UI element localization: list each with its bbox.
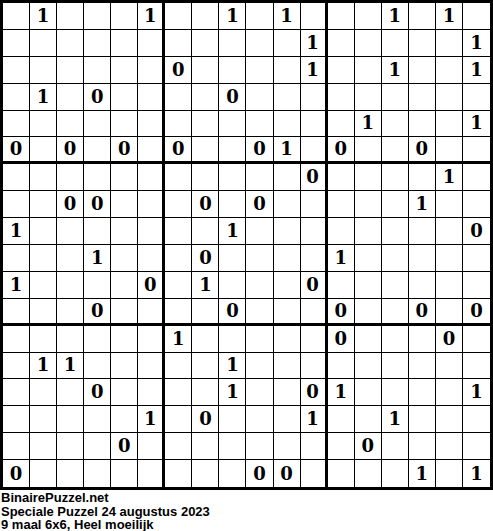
cell-r2c9-empty[interactable] [219,30,246,57]
cell-r16c16-empty[interactable] [409,406,436,433]
cell-r16c12-given-1: 1 [301,406,328,433]
cell-r8c17-empty[interactable] [436,191,463,218]
cell-r8c12-empty[interactable] [301,191,328,218]
cell-r10c9-empty[interactable] [219,245,246,272]
cell-r8c3-given-0: 0 [57,191,84,218]
cell-r6c17-empty[interactable] [436,137,463,164]
cell-r13c18-empty[interactable] [463,326,490,353]
cell-r5c15-empty[interactable] [382,111,409,138]
cell-r4c6-empty[interactable] [138,84,165,111]
cell-r14c17-empty[interactable] [436,353,463,380]
cell-r6c11-given-1: 1 [274,137,301,164]
cell-r8c14-empty[interactable] [355,191,382,218]
cell-r15c17-empty[interactable] [436,379,463,406]
cell-r18c13-empty[interactable] [328,460,355,487]
cell-r11c6-given-0: 0 [138,272,165,299]
cell-r13c8-empty[interactable] [192,326,219,353]
cell-r18c4-empty[interactable] [84,460,111,487]
cell-r13c1-empty[interactable] [3,326,30,353]
cell-r3c8-empty[interactable] [192,57,219,84]
cell-r2c15-empty[interactable] [382,30,409,57]
cell-r2c1-empty[interactable] [3,30,30,57]
cell-r11c13-empty[interactable] [328,272,355,299]
cell-r1c2-given-1: 1 [30,3,57,30]
cell-r16c13-empty[interactable] [328,406,355,433]
cell-r2c8-empty[interactable] [192,30,219,57]
cell-r15c8-empty[interactable] [192,379,219,406]
cell-r14c4-empty[interactable] [84,353,111,380]
cell-r7c10-empty[interactable] [246,164,273,191]
cell-r15c3-empty[interactable] [57,379,84,406]
cell-r11c18-empty[interactable] [463,272,490,299]
cell-r12c5-empty[interactable] [111,299,138,326]
cell-r5c17-empty[interactable] [436,111,463,138]
cell-r16c9-empty[interactable] [219,406,246,433]
cell-r13c9-empty[interactable] [219,326,246,353]
cell-r14c7-empty[interactable] [165,353,192,380]
cell-r8c5-empty[interactable] [111,191,138,218]
cell-r2c16-empty[interactable] [409,30,436,57]
cell-r15c6-empty[interactable] [138,379,165,406]
cell-r8c2-empty[interactable] [30,191,57,218]
cell-r3c2-empty[interactable] [30,57,57,84]
cell-r18c5-empty[interactable] [111,460,138,487]
cell-r18c9-empty[interactable] [219,460,246,487]
cell-r12c16-given-0: 0 [409,299,436,326]
cell-r2c4-empty[interactable] [84,30,111,57]
cell-r1c4-empty[interactable] [84,3,111,30]
cell-r1c14-empty[interactable] [355,3,382,30]
cell-r5c9-empty[interactable] [219,111,246,138]
cell-r4c17-empty[interactable] [436,84,463,111]
cell-r10c10-empty[interactable] [246,245,273,272]
cell-r1c17-given-1: 1 [436,3,463,30]
cell-r1c15-given-1: 1 [382,3,409,30]
cell-r7c2-empty[interactable] [30,164,57,191]
cell-r16c1-empty[interactable] [3,406,30,433]
cell-r11c5-empty[interactable] [111,272,138,299]
cell-r16c4-empty[interactable] [84,406,111,433]
cell-r11c2-empty[interactable] [30,272,57,299]
cell-r4c5-empty[interactable] [111,84,138,111]
cell-r7c18-empty[interactable] [463,164,490,191]
cell-r3c6-empty[interactable] [138,57,165,84]
cell-r6c4-empty[interactable] [84,137,111,164]
cell-r16c8-given-0: 0 [192,406,219,433]
cell-r7c3-empty[interactable] [57,164,84,191]
cell-r16c14-empty[interactable] [355,406,382,433]
cell-r12c13-given-0: 0 [328,299,355,326]
cell-r15c14-empty[interactable] [355,379,382,406]
cell-r13c12-empty[interactable] [301,326,328,353]
cell-r13c2-empty[interactable] [30,326,57,353]
cell-r10c13-given-1: 1 [328,245,355,272]
cell-r2c17-empty[interactable] [436,30,463,57]
cell-r9c10-empty[interactable] [246,218,273,245]
cell-r8c16-given-1: 1 [409,191,436,218]
cell-r11c9-empty[interactable] [219,272,246,299]
cell-r18c7-empty[interactable] [165,460,192,487]
cell-r6c14-empty[interactable] [355,137,382,164]
cell-r7c9-empty[interactable] [219,164,246,191]
cell-r13c7-given-1: 1 [165,326,192,353]
cell-r8c8-given-0: 0 [192,191,219,218]
cell-r7c7-empty[interactable] [165,164,192,191]
cell-r3c5-empty[interactable] [111,57,138,84]
cell-r16c3-empty[interactable] [57,406,84,433]
cell-r4c2-given-1: 1 [30,84,57,111]
cell-r16c11-empty[interactable] [274,406,301,433]
cell-r2c10-empty[interactable] [246,30,273,57]
cell-r9c8-empty[interactable] [192,218,219,245]
cell-r14c5-empty[interactable] [111,353,138,380]
cell-r15c1-empty[interactable] [3,379,30,406]
cell-r8c7-empty[interactable] [165,191,192,218]
cell-r11c17-empty[interactable] [436,272,463,299]
cell-r7c8-empty[interactable] [192,164,219,191]
cell-r8c11-empty[interactable] [274,191,301,218]
cell-r17c7-empty[interactable] [165,433,192,460]
cell-r4c14-empty[interactable] [355,84,382,111]
cell-r16c18-empty[interactable] [463,406,490,433]
cell-r7c14-empty[interactable] [355,164,382,191]
cell-r4c13-empty[interactable] [328,84,355,111]
cell-r7c15-empty[interactable] [382,164,409,191]
cell-r11c15-empty[interactable] [382,272,409,299]
cell-r10c14-empty[interactable] [355,245,382,272]
cell-r11c16-empty[interactable] [409,272,436,299]
cell-r5c10-empty[interactable] [246,111,273,138]
cell-r15c7-empty[interactable] [165,379,192,406]
cell-r2c6-empty[interactable] [138,30,165,57]
cell-r9c4-empty[interactable] [84,218,111,245]
cell-r16c6-given-1: 1 [138,406,165,433]
cell-r5c18-given-1: 1 [463,111,490,138]
cell-r1c8-empty[interactable] [192,3,219,30]
cell-r10c1-empty[interactable] [3,245,30,272]
cell-r7c11-empty[interactable] [274,164,301,191]
cell-r18c2-empty[interactable] [30,460,57,487]
cell-r16c5-empty[interactable] [111,406,138,433]
cell-r12c11-empty[interactable] [274,299,301,326]
cell-r17c17-empty[interactable] [436,433,463,460]
cell-r10c15-empty[interactable] [382,245,409,272]
cell-r10c16-empty[interactable] [409,245,436,272]
cell-r3c9-empty[interactable] [219,57,246,84]
cell-r16c10-empty[interactable] [246,406,273,433]
cell-r3c18-given-1: 1 [463,57,490,84]
cell-r7c16-empty[interactable] [409,164,436,191]
cell-r2c3-empty[interactable] [57,30,84,57]
cell-r4c7-empty[interactable] [165,84,192,111]
cell-r12c18-given-0: 0 [463,299,490,326]
cell-r17c13-empty[interactable] [328,433,355,460]
cell-r11c7-empty[interactable] [165,272,192,299]
cell-r13c15-empty[interactable] [382,326,409,353]
cell-r13c14-empty[interactable] [355,326,382,353]
cell-r4c1-empty[interactable] [3,84,30,111]
cell-r9c14-empty[interactable] [355,218,382,245]
cell-r3c4-empty[interactable] [84,57,111,84]
cell-r9c11-empty[interactable] [274,218,301,245]
cell-r17c1-empty[interactable] [3,433,30,460]
cell-r13c13-given-0: 0 [328,326,355,353]
cell-r3c1-empty[interactable] [3,57,30,84]
cell-r8c13-empty[interactable] [328,191,355,218]
cell-r9c2-empty[interactable] [30,218,57,245]
cell-r9c17-empty[interactable] [436,218,463,245]
cell-r7c6-empty[interactable] [138,164,165,191]
cell-r1c7-empty[interactable] [165,3,192,30]
cell-r9c16-empty[interactable] [409,218,436,245]
cell-r16c7-empty[interactable] [165,406,192,433]
cell-r3c3-empty[interactable] [57,57,84,84]
cell-r14c15-empty[interactable] [382,353,409,380]
cell-r7c1-empty[interactable] [3,164,30,191]
cell-r15c9-given-1: 1 [219,379,246,406]
cell-r13c16-empty[interactable] [409,326,436,353]
cell-r5c11-empty[interactable] [274,111,301,138]
cell-r4c15-empty[interactable] [382,84,409,111]
cell-r12c6-empty[interactable] [138,299,165,326]
cell-r2c7-empty[interactable] [165,30,192,57]
cell-r7c4-empty[interactable] [84,164,111,191]
cell-r15c4-given-0: 0 [84,379,111,406]
cell-r11c4-empty[interactable] [84,272,111,299]
cell-r16c17-empty[interactable] [436,406,463,433]
cell-r14c14-empty[interactable] [355,353,382,380]
cell-r7c5-empty[interactable] [111,164,138,191]
cell-r13c6-empty[interactable] [138,326,165,353]
cell-r10c7-empty[interactable] [165,245,192,272]
cell-r17c11-empty[interactable] [274,433,301,460]
cell-r2c5-empty[interactable] [111,30,138,57]
cell-r18c1-given-0: 0 [3,460,30,487]
cell-r1c3-empty[interactable] [57,3,84,30]
cell-r1c10-empty[interactable] [246,3,273,30]
cell-r9c15-empty[interactable] [382,218,409,245]
cell-r15c15-empty[interactable] [382,379,409,406]
cell-r6c18-empty[interactable] [463,137,490,164]
cell-r10c17-empty[interactable] [436,245,463,272]
cell-r1c13-empty[interactable] [328,3,355,30]
cell-r6c15-empty[interactable] [382,137,409,164]
cell-r18c8-empty[interactable] [192,460,219,487]
cell-r18c6-empty[interactable] [138,460,165,487]
cell-r3c14-empty[interactable] [355,57,382,84]
cell-r14c11-empty[interactable] [274,353,301,380]
cell-r15c13-given-1: 1 [328,379,355,406]
cell-r17c6-empty[interactable] [138,433,165,460]
cell-r10c11-empty[interactable] [274,245,301,272]
cell-r12c15-empty[interactable] [382,299,409,326]
cell-r9c5-empty[interactable] [111,218,138,245]
cell-r18c17-empty[interactable] [436,460,463,487]
cell-r12c3-empty[interactable] [57,299,84,326]
cell-r14c12-empty[interactable] [301,353,328,380]
cell-r8c15-empty[interactable] [382,191,409,218]
cell-r1c6-given-1: 1 [138,3,165,30]
cell-r4c9-given-0: 0 [219,84,246,111]
cell-r6c13-given-0: 0 [328,137,355,164]
cell-r3c16-empty[interactable] [409,57,436,84]
cell-r6c12-empty[interactable] [301,137,328,164]
cell-r18c15-empty[interactable] [382,460,409,487]
cell-r10c12-empty[interactable] [301,245,328,272]
cell-r9c13-empty[interactable] [328,218,355,245]
cell-r10c3-empty[interactable] [57,245,84,272]
cell-r17c8-empty[interactable] [192,433,219,460]
cell-r1c9-given-1: 1 [219,3,246,30]
cell-r13c4-empty[interactable] [84,326,111,353]
cell-r6c3-given-0: 0 [57,137,84,164]
cell-r18c10-given-0: 0 [246,460,273,487]
puzzle-title: Speciale Puzzel 24 augustus 2023 [1,505,492,519]
cell-r14c1-empty[interactable] [3,353,30,380]
cell-r1c12-empty[interactable] [301,3,328,30]
cell-r1c1-empty[interactable] [3,3,30,30]
cell-r4c8-empty[interactable] [192,84,219,111]
cell-r17c10-empty[interactable] [246,433,273,460]
cell-r12c8-empty[interactable] [192,299,219,326]
cell-r8c1-empty[interactable] [3,191,30,218]
cell-r2c11-empty[interactable] [274,30,301,57]
cell-r14c13-empty[interactable] [328,353,355,380]
cell-r12c2-empty[interactable] [30,299,57,326]
cell-r12c14-empty[interactable] [355,299,382,326]
cell-r12c12-empty[interactable] [301,299,328,326]
cell-r2c2-empty[interactable] [30,30,57,57]
cell-r10c2-empty[interactable] [30,245,57,272]
cell-r18c3-empty[interactable] [57,460,84,487]
cell-r12c1-empty[interactable] [3,299,30,326]
cell-r7c13-empty[interactable] [328,164,355,191]
cell-r14c3-given-1: 1 [57,353,84,380]
cell-r5c1-empty[interactable] [3,111,30,138]
cell-r5c2-empty[interactable] [30,111,57,138]
cell-r12c17-empty[interactable] [436,299,463,326]
cell-r14c8-empty[interactable] [192,353,219,380]
cell-r1c11-given-1: 1 [274,3,301,30]
cell-r4c10-empty[interactable] [246,84,273,111]
cell-r16c2-empty[interactable] [30,406,57,433]
cell-r3c10-empty[interactable] [246,57,273,84]
cell-r18c14-empty[interactable] [355,460,382,487]
cell-r12c10-empty[interactable] [246,299,273,326]
cell-r3c17-empty[interactable] [436,57,463,84]
cell-r14c10-empty[interactable] [246,353,273,380]
cell-r17c12-empty[interactable] [301,433,328,460]
cell-r1c16-empty[interactable] [409,3,436,30]
cell-r17c15-empty[interactable] [382,433,409,460]
cell-r14c16-empty[interactable] [409,353,436,380]
cell-r10c8-given-0: 0 [192,245,219,272]
cell-r4c12-empty[interactable] [301,84,328,111]
cell-r9c12-empty[interactable] [301,218,328,245]
cell-r6c2-empty[interactable] [30,137,57,164]
cell-r17c4-empty[interactable] [84,433,111,460]
cell-r11c1-given-1: 1 [3,272,30,299]
cell-r14c6-empty[interactable] [138,353,165,380]
cell-r15c2-empty[interactable] [30,379,57,406]
cell-r4c18-empty[interactable] [463,84,490,111]
cell-r13c5-empty[interactable] [111,326,138,353]
cell-r15c16-empty[interactable] [409,379,436,406]
cell-r11c14-empty[interactable] [355,272,382,299]
cell-r1c18-empty[interactable] [463,3,490,30]
binary-puzzle-board: 1111111101111001100000100010000111010110… [0,0,493,490]
cell-r3c13-empty[interactable] [328,57,355,84]
cell-r5c16-empty[interactable] [409,111,436,138]
cell-r13c11-empty[interactable] [274,326,301,353]
cell-r8c6-empty[interactable] [138,191,165,218]
cell-r15c5-empty[interactable] [111,379,138,406]
cell-r6c8-empty[interactable] [192,137,219,164]
cell-r9c7-empty[interactable] [165,218,192,245]
cell-r17c18-empty[interactable] [463,433,490,460]
cell-r18c12-empty[interactable] [301,460,328,487]
cell-r5c13-empty[interactable] [328,111,355,138]
cell-r5c3-empty[interactable] [57,111,84,138]
cell-r10c5-empty[interactable] [111,245,138,272]
cell-r11c11-empty[interactable] [274,272,301,299]
cell-r17c16-empty[interactable] [409,433,436,460]
cell-r8c18-empty[interactable] [463,191,490,218]
cell-r17c9-empty[interactable] [219,433,246,460]
cell-r15c11-empty[interactable] [274,379,301,406]
cell-r11c3-empty[interactable] [57,272,84,299]
cell-r5c8-empty[interactable] [192,111,219,138]
cell-r10c6-empty[interactable] [138,245,165,272]
cell-r15c12-given-0: 0 [301,379,328,406]
cell-r17c3-empty[interactable] [57,433,84,460]
cell-r3c11-empty[interactable] [274,57,301,84]
cell-r18c18-given-1: 1 [463,460,490,487]
puzzle-subtitle: 9 maal 6x6, Heel moeilijk [1,518,492,531]
cell-r11c8-given-1: 1 [192,272,219,299]
cell-r1c5-empty[interactable] [111,3,138,30]
cell-r9c6-empty[interactable] [138,218,165,245]
cell-r14c18-empty[interactable] [463,353,490,380]
cell-r5c14-given-1: 1 [355,111,382,138]
cell-r13c10-empty[interactable] [246,326,273,353]
site-name: BinairePuzzel.net [1,491,492,505]
cell-r4c3-empty[interactable] [57,84,84,111]
cell-r2c14-empty[interactable] [355,30,382,57]
cell-r2c13-empty[interactable] [328,30,355,57]
cell-r4c11-empty[interactable] [274,84,301,111]
cell-r13c3-empty[interactable] [57,326,84,353]
cell-r5c4-empty[interactable] [84,111,111,138]
cell-r17c2-empty[interactable] [30,433,57,460]
cell-r8c10-given-0: 0 [246,191,273,218]
cell-r8c9-empty[interactable] [219,191,246,218]
cell-r6c5-given-0: 0 [111,137,138,164]
cell-r11c10-empty[interactable] [246,272,273,299]
cell-r5c12-empty[interactable] [301,111,328,138]
cell-r5c5-empty[interactable] [111,111,138,138]
cell-r4c16-empty[interactable] [409,84,436,111]
cell-r9c18-given-0: 0 [463,218,490,245]
cell-r15c10-empty[interactable] [246,379,273,406]
cell-r12c7-empty[interactable] [165,299,192,326]
cell-r6c9-empty[interactable] [219,137,246,164]
cell-r5c6-empty[interactable] [138,111,165,138]
cell-r5c7-empty[interactable] [165,111,192,138]
cell-r6c6-empty[interactable] [138,137,165,164]
cell-r10c18-empty[interactable] [463,245,490,272]
cell-r9c3-empty[interactable] [57,218,84,245]
